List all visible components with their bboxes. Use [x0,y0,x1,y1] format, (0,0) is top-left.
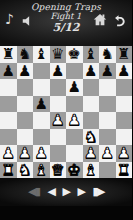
square-e5[interactable] [66,96,83,113]
square-a6[interactable] [0,79,17,96]
go-to-start-button[interactable]: ◀▮ [28,186,40,198]
black-pawn: ♟ [68,79,81,96]
square-d7[interactable]: ♟ [50,63,67,80]
square-c8[interactable]: ♝ [33,46,50,63]
square-d5[interactable] [50,96,67,113]
step-back-button[interactable]: ◀ [48,186,55,198]
square-b1[interactable]: ♞ [17,162,34,179]
white-bishop: ♝ [35,162,48,179]
square-e4[interactable]: ♟ [66,112,83,129]
square-d4[interactable]: ♟ [50,112,67,129]
square-h4[interactable] [116,112,133,129]
white-pawn: ♟ [117,145,130,162]
square-a2[interactable]: ♟ [0,145,17,162]
square-g6[interactable] [99,79,116,96]
undo-arrow-icon[interactable] [112,13,128,27]
black-queen: ♛ [51,46,64,63]
black-pawn: ♟ [2,63,15,80]
white-pawn: ♟ [2,145,15,162]
square-f4[interactable] [83,112,100,129]
home-icon[interactable] [92,12,108,27]
square-d8[interactable]: ♛ [50,46,67,63]
white-king: ♚ [68,162,81,179]
square-e6[interactable]: ♟ [66,79,83,96]
app-screen: ♪ Opening Traps Fight 1 5/12 ♜♞♝♛♚♝♞♜♟♟♟… [0,0,132,220]
square-f5[interactable] [83,96,100,113]
square-g7[interactable]: ♟ [99,63,116,80]
white-pawn: ♟ [68,112,81,129]
square-g4[interactable] [99,112,116,129]
square-b7[interactable]: ♟ [17,63,34,80]
square-h6[interactable] [116,79,133,96]
white-knight: ♞ [18,162,31,179]
black-rook: ♜ [2,46,15,63]
square-a4[interactable] [0,112,17,129]
playback-controls: ◀▮ ◀ ▶ ▶ ▮▶ [0,178,132,206]
white-rook: ♜ [117,162,130,179]
square-d2[interactable] [50,145,67,162]
black-pawn: ♟ [117,63,130,80]
square-f8[interactable]: ♝ [83,46,100,63]
square-c4[interactable] [33,112,50,129]
square-c1[interactable]: ♝ [33,162,50,179]
square-h3[interactable] [116,129,133,146]
black-pawn: ♟ [101,63,114,80]
square-e8[interactable]: ♚ [66,46,83,63]
go-to-end-button[interactable]: ▮▶ [92,186,104,198]
black-rook: ♜ [117,46,130,63]
white-knight: ♞ [84,129,97,146]
square-a5[interactable] [0,96,17,113]
square-f1[interactable]: ♝ [83,162,100,179]
black-knight: ♞ [101,46,114,63]
square-c5[interactable]: ♟ [33,96,50,113]
square-b2[interactable]: ♟ [17,145,34,162]
white-pawn: ♟ [84,145,97,162]
black-pawn: ♟ [35,96,48,113]
white-bishop: ♝ [84,162,97,179]
square-c6[interactable] [33,79,50,96]
square-g5[interactable] [99,96,116,113]
header: ♪ Opening Traps Fight 1 5/12 [0,0,132,46]
square-e1[interactable]: ♚ [66,162,83,179]
white-pawn: ♟ [18,145,31,162]
square-e3[interactable] [66,129,83,146]
step-forward-button[interactable]: ▶ [77,186,84,198]
square-f2[interactable]: ♟ [83,145,100,162]
square-c3[interactable] [33,129,50,146]
square-d3[interactable] [50,129,67,146]
square-h1[interactable]: ♜ [116,162,133,179]
black-king: ♚ [68,46,81,63]
square-b8[interactable]: ♞ [17,46,34,63]
square-g1[interactable] [99,162,116,179]
square-f7[interactable]: ♟ [83,63,100,80]
square-h7[interactable]: ♟ [116,63,133,80]
square-a1[interactable]: ♜ [0,162,17,179]
square-h8[interactable]: ♜ [116,46,133,63]
square-e7[interactable] [66,63,83,80]
black-bishop: ♝ [84,46,97,63]
black-bishop: ♝ [35,46,48,63]
white-rook: ♜ [2,162,15,179]
black-pawn: ♟ [18,63,31,80]
white-pawn: ♟ [101,145,114,162]
square-b3[interactable] [17,129,34,146]
square-h5[interactable] [116,96,133,113]
play-button[interactable]: ▶ [63,186,70,198]
square-f3[interactable]: ♞ [83,129,100,146]
black-pawn: ♟ [84,63,97,80]
chess-board: ♜♞♝♛♚♝♞♜♟♟♟♟♟♟♟♟♟♟♞♟♟♟♟♟♟♜♞♝♛♚♝♜ [0,46,132,178]
white-queen: ♛ [51,162,64,179]
square-e2[interactable] [66,145,83,162]
white-pawn: ♟ [35,145,48,162]
square-g8[interactable]: ♞ [99,46,116,63]
square-b5[interactable] [17,96,34,113]
square-a7[interactable]: ♟ [0,63,17,80]
square-d1[interactable]: ♛ [50,162,67,179]
square-a8[interactable]: ♜ [0,46,17,63]
square-d6[interactable] [50,79,67,96]
square-g2[interactable]: ♟ [99,145,116,162]
square-a3[interactable] [0,129,17,146]
square-h2[interactable]: ♟ [116,145,133,162]
square-c7[interactable] [33,63,50,80]
square-b6[interactable] [17,79,34,96]
white-pawn: ♟ [51,112,64,129]
footer-spacer [0,206,132,220]
square-g3[interactable] [99,129,116,146]
square-b4[interactable] [17,112,34,129]
black-knight: ♞ [18,46,31,63]
black-pawn: ♟ [51,63,64,80]
square-c2[interactable]: ♟ [33,145,50,162]
square-f6[interactable] [83,79,100,96]
